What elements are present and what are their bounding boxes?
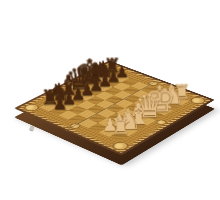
product-photo-stage: ♜♞♝♛♚♝♞♜♟♟♟♟♟♟♟♟♟♟♟♟♟♟♟♟♜♞♝♛♚♝♞♜ [0, 0, 220, 200]
piece-black-pawn[interactable]: ♟ [84, 78, 108, 92]
square-e8[interactable] [76, 84, 94, 92]
square-h8[interactable] [102, 71, 120, 79]
square-f7[interactable] [95, 83, 113, 91]
square-h7[interactable] [112, 74, 130, 82]
square-e7[interactable] [86, 88, 104, 96]
piece-black-rook[interactable]: ♜ [101, 57, 125, 75]
square-e5[interactable] [105, 95, 124, 104]
rosette-medallion-icon [100, 63, 120, 72]
square-h6[interactable] [121, 78, 139, 86]
piece-black-bishop[interactable]: ♝ [83, 60, 107, 84]
square-f8[interactable] [85, 80, 103, 88]
piece-black-pawn[interactable]: ♟ [110, 65, 134, 79]
square-e6[interactable] [95, 91, 113, 100]
piece-black-pawn[interactable]: ♟ [47, 97, 72, 112]
piece-black-pawn[interactable]: ♟ [93, 74, 117, 88]
chess-board[interactable]: ♜♞♝♛♚♝♞♜♟♟♟♟♟♟♟♟♟♟♟♟♟♟♟♟♜♞♝♛♚♝♞♜ [14, 61, 215, 156]
piece-black-pawn[interactable]: ♟ [102, 69, 126, 83]
piece-white-rook[interactable]: ♜ [107, 117, 134, 138]
square-f6[interactable] [104, 87, 122, 95]
square-g6[interactable] [113, 82, 131, 90]
piece-black-king[interactable]: ♚ [74, 57, 99, 89]
square-d6[interactable] [86, 96, 105, 105]
square-g7[interactable] [103, 79, 121, 87]
piece-black-knight[interactable]: ♞ [92, 59, 116, 80]
square-g8[interactable] [94, 75, 112, 83]
chess-scene: ♜♞♝♛♚♝♞♜♟♟♟♟♟♟♟♟♟♟♟♟♟♟♟♟♜♞♝♛♚♝♞♜ [0, 0, 220, 200]
